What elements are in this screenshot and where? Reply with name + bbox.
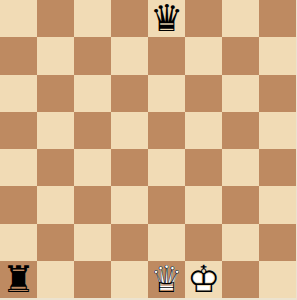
black-queen-glyph: ♛ [148, 0, 185, 37]
square-f3[interactable] [185, 186, 222, 223]
square-b3[interactable] [37, 186, 74, 223]
white-queen-outline: ♕ [148, 261, 185, 298]
square-f1[interactable]: ♚♔ [185, 261, 222, 298]
square-h3[interactable] [259, 186, 296, 223]
square-b7[interactable] [37, 37, 74, 74]
square-d7[interactable] [111, 37, 148, 74]
square-a2[interactable] [0, 224, 37, 261]
square-c7[interactable] [74, 37, 111, 74]
chess-board-frame: ♛♜♛♕♚♔ [0, 0, 297, 300]
square-b2[interactable] [37, 224, 74, 261]
square-e7[interactable] [148, 37, 185, 74]
square-f8[interactable] [185, 0, 222, 37]
square-c3[interactable] [74, 186, 111, 223]
square-b8[interactable] [37, 0, 74, 37]
square-g8[interactable] [222, 0, 259, 37]
square-g1[interactable] [222, 261, 259, 298]
square-b4[interactable] [37, 149, 74, 186]
square-a1[interactable]: ♜ [0, 261, 37, 298]
square-d6[interactable] [111, 75, 148, 112]
white-king-outline: ♔ [185, 261, 222, 298]
white-king-piece[interactable]: ♚♔ [185, 261, 222, 298]
square-c6[interactable] [74, 75, 111, 112]
square-c8[interactable] [74, 0, 111, 37]
square-d8[interactable] [111, 0, 148, 37]
square-h2[interactable] [259, 224, 296, 261]
square-f5[interactable] [185, 112, 222, 149]
square-e8[interactable]: ♛ [148, 0, 185, 37]
square-a4[interactable] [0, 149, 37, 186]
chess-board: ♛♜♛♕♚♔ [0, 0, 296, 298]
square-d5[interactable] [111, 112, 148, 149]
square-d3[interactable] [111, 186, 148, 223]
square-h7[interactable] [259, 37, 296, 74]
square-g5[interactable] [222, 112, 259, 149]
square-h4[interactable] [259, 149, 296, 186]
square-e5[interactable] [148, 112, 185, 149]
black-rook-glyph: ♜ [0, 261, 37, 298]
square-f4[interactable] [185, 149, 222, 186]
square-b6[interactable] [37, 75, 74, 112]
square-c5[interactable] [74, 112, 111, 149]
square-a8[interactable] [0, 0, 37, 37]
square-a7[interactable] [0, 37, 37, 74]
square-f2[interactable] [185, 224, 222, 261]
square-f6[interactable] [185, 75, 222, 112]
square-d1[interactable] [111, 261, 148, 298]
white-queen-piece[interactable]: ♛♕ [148, 261, 185, 298]
black-rook-piece[interactable]: ♜ [0, 261, 37, 298]
square-g2[interactable] [222, 224, 259, 261]
square-g4[interactable] [222, 149, 259, 186]
square-c2[interactable] [74, 224, 111, 261]
square-f7[interactable] [185, 37, 222, 74]
square-d4[interactable] [111, 149, 148, 186]
square-b5[interactable] [37, 112, 74, 149]
square-c4[interactable] [74, 149, 111, 186]
square-e4[interactable] [148, 149, 185, 186]
square-e6[interactable] [148, 75, 185, 112]
square-e1[interactable]: ♛♕ [148, 261, 185, 298]
square-h6[interactable] [259, 75, 296, 112]
square-d2[interactable] [111, 224, 148, 261]
square-h5[interactable] [259, 112, 296, 149]
square-e2[interactable] [148, 224, 185, 261]
square-h1[interactable] [259, 261, 296, 298]
square-g3[interactable] [222, 186, 259, 223]
square-c1[interactable] [74, 261, 111, 298]
square-a3[interactable] [0, 186, 37, 223]
square-a5[interactable] [0, 112, 37, 149]
square-g6[interactable] [222, 75, 259, 112]
square-b1[interactable] [37, 261, 74, 298]
square-e3[interactable] [148, 186, 185, 223]
black-queen-piece[interactable]: ♛ [148, 0, 185, 37]
square-a6[interactable] [0, 75, 37, 112]
square-g7[interactable] [222, 37, 259, 74]
square-h8[interactable] [259, 0, 296, 37]
